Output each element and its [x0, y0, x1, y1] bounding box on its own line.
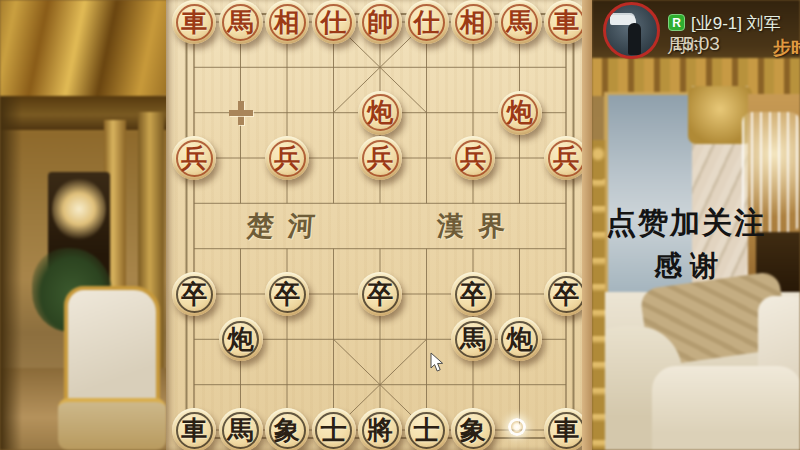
piece-red-相[interactable]: 相: [451, 0, 495, 44]
piece-black-卒[interactable]: 卒: [358, 272, 402, 316]
piece-black-馬[interactable]: 馬: [451, 317, 495, 361]
player-avatar[interactable]: [603, 2, 660, 59]
piece-red-兵[interactable]: 兵: [358, 136, 402, 180]
game-time-value: 15:03: [672, 33, 720, 55]
piece-red-兵[interactable]: 兵: [265, 136, 309, 180]
piece-black-士[interactable]: 士: [312, 408, 356, 450]
piece-black-卒[interactable]: 卒: [265, 272, 309, 316]
rank-badge: R: [668, 14, 685, 31]
stream-screenshot: 楚河 漢界 車馬相仕帥仕相馬車炮炮兵兵兵兵兵卒卒卒卒卒炮馬炮車馬象士將士象車 R…: [0, 0, 800, 450]
last-move-marker-cross: [229, 101, 253, 125]
baroque-chair-seat: [58, 398, 166, 450]
player-name: [业9-1] 刘军: [691, 12, 781, 35]
piece-black-將[interactable]: 將: [358, 408, 402, 450]
piece-red-炮[interactable]: 炮: [498, 91, 542, 135]
piece-black-象[interactable]: 象: [265, 408, 309, 450]
step-time-label: 步时: [773, 36, 800, 60]
banner-line1: 点赞加关注: [600, 203, 772, 244]
background-left-room: [0, 0, 168, 450]
piece-red-兵[interactable]: 兵: [172, 136, 216, 180]
couch-cushion: [652, 366, 800, 450]
piece-red-帥[interactable]: 帥: [358, 0, 402, 44]
piece-red-相[interactable]: 相: [265, 0, 309, 44]
follow-banner: 点赞加关注 感谢: [600, 203, 772, 285]
banner-line2: 感谢: [600, 247, 772, 285]
baroque-chair: [64, 286, 160, 416]
piece-black-士[interactable]: 士: [405, 408, 449, 450]
piece-black-炮[interactable]: 炮: [498, 317, 542, 361]
piece-red-馬[interactable]: 馬: [498, 0, 542, 44]
river-label-chu: 楚河: [225, 208, 338, 244]
piece-black-馬[interactable]: 馬: [219, 408, 263, 450]
piece-red-仕[interactable]: 仕: [405, 0, 449, 44]
board-edge: [582, 0, 592, 450]
piece-red-兵[interactable]: 兵: [451, 136, 495, 180]
shadow-edge: [0, 96, 22, 450]
game-time: 局时 15:03: [667, 33, 672, 55]
piece-black-炮[interactable]: 炮: [219, 317, 263, 361]
piece-red-車[interactable]: 車: [172, 0, 216, 44]
piece-black-卒[interactable]: 卒: [172, 272, 216, 316]
piece-red-炮[interactable]: 炮: [358, 91, 402, 135]
last-move-marker-glow-ring: [508, 418, 526, 436]
wall-chandelier: [52, 178, 106, 240]
avatar-person: [628, 23, 641, 55]
river-label-han: 漢界: [416, 208, 526, 244]
piece-red-仕[interactable]: 仕: [312, 0, 356, 44]
tufted-gold-panel: [592, 140, 605, 450]
piece-red-馬[interactable]: 馬: [219, 0, 263, 44]
piece-black-卒[interactable]: 卒: [451, 272, 495, 316]
piece-black-象[interactable]: 象: [451, 408, 495, 450]
mouse-cursor: [430, 352, 446, 374]
xiangqi-board[interactable]: 楚河 漢界 車馬相仕帥仕相馬車炮炮兵兵兵兵兵卒卒卒卒卒炮馬炮車馬象士將士象車: [166, 0, 592, 450]
piece-black-車[interactable]: 車: [172, 408, 216, 450]
